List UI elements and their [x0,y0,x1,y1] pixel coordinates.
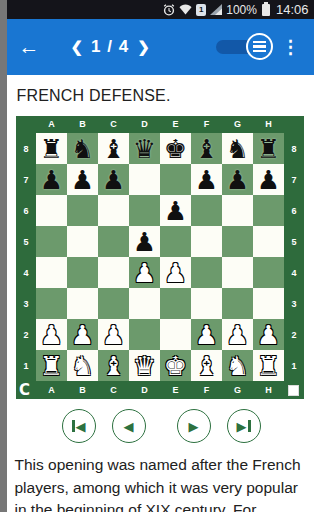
square-b3[interactable] [67,288,98,319]
piece-white-pawn[interactable]: ♟ [102,322,125,348]
square-e8[interactable]: ♚ [160,133,191,164]
square-d7[interactable] [129,164,160,195]
square-g5[interactable] [222,226,253,257]
square-c1[interactable]: ♝ [98,350,129,381]
piece-black-bishop[interactable]: ♝ [195,136,218,162]
square-g3[interactable] [222,288,253,319]
piece-black-pawn[interactable]: ♟ [164,198,187,224]
piece-white-rook[interactable]: ♜ [40,353,63,379]
square-b2[interactable]: ♟ [67,319,98,350]
app-bar: ← ❮ 1 / 4 ❯ ⋮ [7,19,314,75]
square-e4[interactable]: ♟ [160,257,191,288]
square-c3[interactable] [98,288,129,319]
square-g6[interactable] [222,195,253,226]
piece-black-king[interactable]: ♚ [164,136,187,162]
square-b7[interactable]: ♟ [67,164,98,195]
piece-white-bishop[interactable]: ♝ [102,353,125,379]
square-g8[interactable]: ♞ [222,133,253,164]
square-f6[interactable] [191,195,222,226]
square-g1[interactable]: ♞ [222,350,253,381]
piece-white-pawn[interactable]: ♟ [257,322,280,348]
piece-black-pawn[interactable]: ♟ [102,167,125,193]
file-labels-bottom: ABCDEFGH [36,381,284,399]
square-h2[interactable]: ♟ [253,319,284,350]
square-c5[interactable] [98,226,129,257]
piece-black-knight[interactable]: ♞ [71,136,94,162]
square-a1[interactable]: ♜ [36,350,67,381]
square-e3[interactable] [160,288,191,319]
page-pager: ❮ 1 / 4 ❯ [71,37,150,57]
flip-board-icon[interactable]: C [16,381,36,399]
square-h5[interactable] [253,226,284,257]
square-a5[interactable] [36,226,67,257]
square-d6[interactable] [129,195,160,226]
wifi-icon [179,4,192,15]
back-button[interactable]: ← [19,35,53,59]
toggle-track[interactable] [216,40,260,54]
square-d4[interactable]: ♟ [129,257,160,288]
piece-white-queen[interactable]: ♛ [133,353,156,379]
page-title: FRENCH DEFENSE. [7,75,314,114]
square-h8[interactable]: ♜ [253,133,284,164]
square-c2[interactable]: ♟ [98,319,129,350]
square-h6[interactable] [253,195,284,226]
piece-black-knight[interactable]: ♞ [226,136,249,162]
square-f2[interactable]: ♟ [191,319,222,350]
page-indicator: 1 / 4 [91,37,129,57]
first-move-button[interactable]: ◀ [62,409,96,443]
square-c8[interactable]: ♝ [98,133,129,164]
piece-white-king[interactable]: ♚ [164,353,187,379]
chess-board: ABCDEFGH 87654321 ♜♞♝♛♚♝♞♜♟♟♟♟♟♟♟♟♟♟♟♟♟♟… [16,116,304,399]
board-grid: ♜♞♝♛♚♝♞♜♟♟♟♟♟♟♟♟♟♟♟♟♟♟♟♟♜♞♝♛♚♝♞♜ [36,133,284,381]
square-a2[interactable]: ♟ [36,319,67,350]
status-clock: 14:06 [276,2,309,17]
square-e7[interactable] [160,164,191,195]
piece-white-bishop[interactable]: ♝ [195,353,218,379]
piece-black-rook[interactable]: ♜ [40,136,63,162]
app-screen: 1 100% 14:06 ← ❮ 1 / 4 ❯ ⋮ FRENCH DEFENS… [7,0,314,512]
square-a3[interactable] [36,288,67,319]
board-list-toggle[interactable] [216,40,260,54]
piece-white-knight[interactable]: ♞ [226,353,249,379]
frame-corner [284,116,304,133]
piece-black-pawn[interactable]: ♟ [195,167,218,193]
piece-black-pawn[interactable]: ♟ [71,167,94,193]
square-d2[interactable] [129,319,160,350]
piece-white-pawn[interactable]: ♟ [226,322,249,348]
square-h3[interactable] [253,288,284,319]
square-b6[interactable] [67,195,98,226]
square-a4[interactable] [36,257,67,288]
square-b5[interactable] [67,226,98,257]
square-h4[interactable] [253,257,284,288]
alarm-icon [163,4,175,16]
square-d3[interactable] [129,288,160,319]
opening-description: This opening was named after the French … [7,443,314,512]
square-f8[interactable]: ♝ [191,133,222,164]
piece-black-pawn[interactable]: ♟ [40,167,63,193]
piece-black-queen[interactable]: ♛ [133,136,156,162]
square-e2[interactable] [160,319,191,350]
piece-black-bishop[interactable]: ♝ [102,136,125,162]
square-a6[interactable] [36,195,67,226]
piece-white-pawn[interactable]: ♟ [195,322,218,348]
signal-icon [210,4,222,15]
square-h7[interactable]: ♟ [253,164,284,195]
square-b4[interactable] [67,257,98,288]
square-a8[interactable]: ♜ [36,133,67,164]
status-bar: 1 100% 14:06 [7,0,314,19]
square-b1[interactable]: ♞ [67,350,98,381]
move-navigation: ◀ ◀ ▶ ▶ [62,409,314,443]
next-page-icon[interactable]: ❯ [137,38,150,56]
rank-labels-left: 87654321 [16,133,36,381]
last-move-button[interactable]: ▶ [227,409,261,443]
piece-black-pawn[interactable]: ♟ [226,167,249,193]
rank-labels-right: 87654321 [284,133,304,381]
square-c4[interactable] [98,257,129,288]
square-d8[interactable]: ♛ [129,133,160,164]
sim-card-icon: 1 [196,4,206,16]
square-d5[interactable]: ♟ [129,226,160,257]
piece-black-pawn[interactable]: ♟ [133,229,156,255]
square-e6[interactable]: ♟ [160,195,191,226]
square-a7[interactable]: ♟ [36,164,67,195]
frame-corner [16,116,36,133]
square-g7[interactable]: ♟ [222,164,253,195]
square-d1[interactable]: ♛ [129,350,160,381]
square-g4[interactable] [222,257,253,288]
prev-page-icon[interactable]: ❮ [71,38,84,56]
piece-black-pawn[interactable]: ♟ [257,167,280,193]
piece-white-pawn[interactable]: ♟ [40,322,63,348]
square-c7[interactable]: ♟ [98,164,129,195]
piece-white-rook[interactable]: ♜ [257,353,280,379]
square-b8[interactable]: ♞ [67,133,98,164]
square-e1[interactable]: ♚ [160,350,191,381]
square-f3[interactable] [191,288,222,319]
side-to-move-indicator [284,381,304,399]
square-e5[interactable] [160,226,191,257]
square-f5[interactable] [191,226,222,257]
piece-black-rook[interactable]: ♜ [257,136,280,162]
piece-white-knight[interactable]: ♞ [71,353,94,379]
list-icon[interactable] [246,33,273,60]
square-f4[interactable] [191,257,222,288]
piece-white-pawn[interactable]: ♟ [71,322,94,348]
square-h1[interactable]: ♜ [253,350,284,381]
overflow-menu-icon[interactable]: ⋮ [282,38,300,56]
square-c6[interactable] [98,195,129,226]
piece-white-pawn[interactable]: ♟ [133,260,156,286]
square-f7[interactable]: ♟ [191,164,222,195]
battery-icon [262,4,270,16]
next-move-button[interactable]: ▶ [177,409,211,443]
white-to-move-square [288,385,299,396]
file-labels-top: ABCDEFGH [36,116,284,133]
square-g2[interactable]: ♟ [222,319,253,350]
battery-percent: 100% [226,3,257,17]
prev-move-button[interactable]: ◀ [112,409,146,443]
piece-white-pawn[interactable]: ♟ [164,260,187,286]
square-f1[interactable]: ♝ [191,350,222,381]
